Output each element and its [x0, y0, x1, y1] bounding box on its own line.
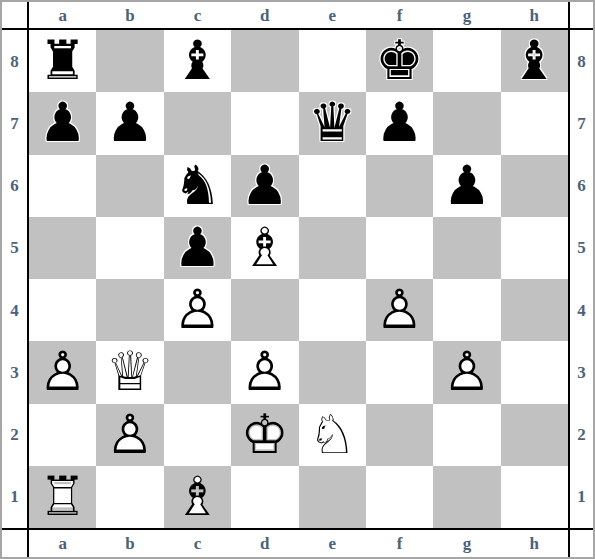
square-e3[interactable] [299, 341, 366, 403]
square-c4[interactable]: ♙ [164, 279, 231, 341]
file-label-top-a: a [58, 7, 67, 24]
square-c7[interactable] [164, 92, 231, 154]
square-f2[interactable] [366, 404, 433, 466]
square-e5[interactable] [299, 217, 366, 279]
square-a6[interactable] [29, 155, 96, 217]
rank-label-right-1: 1 [577, 488, 586, 505]
rank-label-left-5: 5 [10, 239, 19, 256]
file-labels-top: abcdefgh [29, 2, 568, 28]
piece-white-knight: ♘ [308, 408, 356, 462]
square-g5[interactable] [433, 217, 500, 279]
board-border-right [568, 2, 570, 557]
square-b4[interactable] [96, 279, 163, 341]
rank-label-left-6: 6 [10, 177, 19, 194]
square-a2[interactable] [29, 404, 96, 466]
piece-black-pawn: ♟ [173, 221, 221, 275]
square-b5[interactable] [96, 217, 163, 279]
square-f7[interactable]: ♟ [366, 92, 433, 154]
square-d1[interactable] [231, 466, 298, 528]
square-e6[interactable] [299, 155, 366, 217]
square-h6[interactable] [501, 155, 568, 217]
board-border-top [2, 28, 593, 30]
piece-black-queen: ♛ [308, 96, 356, 150]
square-c2[interactable] [164, 404, 231, 466]
rank-labels-right: 87654321 [570, 30, 593, 528]
piece-white-pawn: ♙ [241, 345, 289, 399]
square-g7[interactable] [433, 92, 500, 154]
square-g1[interactable] [433, 466, 500, 528]
square-g3[interactable]: ♙ [433, 341, 500, 403]
rank-labels-left: 87654321 [2, 30, 27, 528]
square-e7[interactable]: ♛ [299, 92, 366, 154]
file-label-bottom-f: f [397, 535, 403, 552]
square-f8[interactable]: ♚ [366, 30, 433, 92]
square-d2[interactable]: ♔ [231, 404, 298, 466]
piece-white-pawn: ♙ [106, 408, 154, 462]
square-a8[interactable]: ♜ [29, 30, 96, 92]
piece-black-pawn: ♟ [375, 96, 423, 150]
file-label-top-h: h [530, 7, 539, 24]
square-f5[interactable] [366, 217, 433, 279]
piece-white-pawn: ♙ [38, 345, 86, 399]
square-b6[interactable] [96, 155, 163, 217]
rank-label-right-3: 3 [577, 364, 586, 381]
square-a5[interactable] [29, 217, 96, 279]
square-b3[interactable]: ♕ [96, 341, 163, 403]
file-labels-bottom: abcdefgh [29, 530, 568, 557]
square-a7[interactable]: ♟ [29, 92, 96, 154]
piece-black-pawn: ♟ [106, 96, 154, 150]
square-f6[interactable] [366, 155, 433, 217]
rank-label-left-4: 4 [10, 302, 19, 319]
chess-diagram: abcdefgh abcdefgh 87654321 87654321 ♜♝♚♝… [0, 0, 595, 559]
square-e4[interactable] [299, 279, 366, 341]
file-label-bottom-g: g [463, 535, 472, 552]
piece-black-pawn: ♟ [443, 159, 491, 213]
piece-black-knight: ♞ [173, 159, 221, 213]
square-h1[interactable] [501, 466, 568, 528]
square-d6[interactable]: ♟ [231, 155, 298, 217]
square-d7[interactable] [231, 92, 298, 154]
file-label-bottom-a: a [58, 535, 67, 552]
piece-white-king: ♔ [241, 408, 289, 462]
square-b8[interactable] [96, 30, 163, 92]
piece-white-pawn: ♙ [443, 345, 491, 399]
piece-black-bishop: ♝ [510, 34, 558, 88]
square-f3[interactable] [366, 341, 433, 403]
rank-label-right-5: 5 [577, 239, 586, 256]
square-h4[interactable] [501, 279, 568, 341]
square-g2[interactable] [433, 404, 500, 466]
rank-label-right-7: 7 [577, 115, 586, 132]
board-border-left [27, 2, 29, 557]
square-a3[interactable]: ♙ [29, 341, 96, 403]
square-d8[interactable] [231, 30, 298, 92]
square-e1[interactable] [299, 466, 366, 528]
rank-label-right-8: 8 [577, 53, 586, 70]
square-e8[interactable] [299, 30, 366, 92]
rank-label-right-2: 2 [577, 426, 586, 443]
piece-white-pawn: ♙ [173, 283, 221, 337]
square-a1[interactable]: ♖ [29, 466, 96, 528]
square-h5[interactable] [501, 217, 568, 279]
square-b7[interactable]: ♟ [96, 92, 163, 154]
file-label-bottom-b: b [125, 535, 134, 552]
square-g6[interactable]: ♟ [433, 155, 500, 217]
file-label-bottom-d: d [260, 535, 269, 552]
board-border-bottom [2, 528, 593, 530]
file-label-bottom-e: e [328, 535, 336, 552]
square-c1[interactable]: ♗ [164, 466, 231, 528]
file-label-top-c: c [194, 7, 202, 24]
square-d4[interactable] [231, 279, 298, 341]
square-c3[interactable] [164, 341, 231, 403]
file-label-bottom-h: h [530, 535, 539, 552]
file-label-top-f: f [397, 7, 403, 24]
rank-label-left-2: 2 [10, 426, 19, 443]
square-h8[interactable]: ♝ [501, 30, 568, 92]
square-h2[interactable] [501, 404, 568, 466]
square-a4[interactable] [29, 279, 96, 341]
piece-white-rook: ♖ [38, 470, 86, 524]
square-c8[interactable]: ♝ [164, 30, 231, 92]
file-label-top-e: e [328, 7, 336, 24]
square-g8[interactable] [433, 30, 500, 92]
square-c6[interactable]: ♞ [164, 155, 231, 217]
square-c5[interactable]: ♟ [164, 217, 231, 279]
file-label-top-b: b [125, 7, 134, 24]
square-e2[interactable]: ♘ [299, 404, 366, 466]
piece-black-king: ♚ [375, 34, 423, 88]
rank-label-right-4: 4 [577, 302, 586, 319]
chess-board: ♜♝♚♝♟♟♛♟♞♟♟♟♗♙♙♙♕♙♙♙♔♘♖♗ [29, 30, 568, 528]
piece-black-pawn: ♟ [241, 159, 289, 213]
piece-black-pawn: ♟ [38, 96, 86, 150]
piece-white-pawn: ♙ [375, 283, 423, 337]
file-label-bottom-c: c [194, 535, 202, 552]
square-h3[interactable] [501, 341, 568, 403]
rank-label-left-7: 7 [10, 115, 19, 132]
rank-label-right-6: 6 [577, 177, 586, 194]
square-g4[interactable] [433, 279, 500, 341]
piece-white-queen: ♕ [106, 345, 154, 399]
square-d5[interactable]: ♗ [231, 217, 298, 279]
square-f1[interactable] [366, 466, 433, 528]
rank-label-left-8: 8 [10, 53, 19, 70]
square-b1[interactable] [96, 466, 163, 528]
piece-black-rook: ♜ [38, 34, 86, 88]
square-f4[interactable]: ♙ [366, 279, 433, 341]
rank-label-left-3: 3 [10, 364, 19, 381]
rank-label-left-1: 1 [10, 488, 19, 505]
piece-white-bishop: ♗ [241, 221, 289, 275]
piece-black-bishop: ♝ [173, 34, 221, 88]
square-b2[interactable]: ♙ [96, 404, 163, 466]
square-d3[interactable]: ♙ [231, 341, 298, 403]
file-label-top-g: g [463, 7, 472, 24]
square-h7[interactable] [501, 92, 568, 154]
file-label-top-d: d [260, 7, 269, 24]
piece-white-bishop: ♗ [173, 470, 221, 524]
